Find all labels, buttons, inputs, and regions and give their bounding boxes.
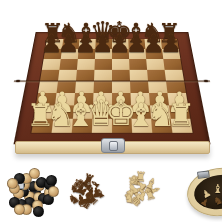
square-e8[interactable] [112,39,129,49]
square-h2[interactable] [169,105,190,118]
square-g3[interactable] [149,93,169,106]
square-b7[interactable] [61,49,79,59]
board-fold-line [14,80,211,82]
square-h5[interactable] [165,70,184,81]
square-a5[interactable] [40,70,59,81]
square-b2[interactable] [53,105,74,118]
square-b4[interactable] [57,81,76,93]
square-h1[interactable] [171,119,193,133]
square-f3[interactable] [130,93,150,106]
square-e2[interactable] [112,105,132,118]
square-g8[interactable] [145,39,162,49]
chess-board [31,39,192,133]
square-b6[interactable] [59,59,77,70]
square-h8[interactable] [161,39,179,49]
square-g5[interactable] [147,70,166,81]
square-b5[interactable] [58,70,77,81]
square-c5[interactable] [76,70,94,81]
dark-stored-piece: ♞ [212,194,222,208]
light-loose-piece: ♝ [149,184,162,197]
square-b8[interactable] [62,39,79,49]
square-e3[interactable] [112,93,131,106]
light-loose-piece: ♞ [124,192,136,205]
square-f6[interactable] [129,59,147,70]
square-f1[interactable] [132,119,153,133]
light-loose-piece: ♜ [134,171,146,184]
box-front-edge [15,141,210,154]
wood-checker-disc [14,204,25,215]
square-d5[interactable] [94,70,112,81]
square-e7[interactable] [112,49,129,59]
box-interior-photo: ♟♝♟♟♞♟ [184,164,222,221]
square-d4[interactable] [94,81,112,93]
square-c3[interactable] [74,93,94,106]
square-g6[interactable] [146,59,164,70]
square-c2[interactable] [73,105,93,118]
square-f5[interactable] [130,70,148,81]
square-h3[interactable] [167,93,188,106]
wood-checker-disc [7,178,18,189]
square-c1[interactable] [72,119,93,133]
square-a4[interactable] [38,81,58,93]
square-a3[interactable] [36,93,57,106]
square-f2[interactable] [131,105,151,118]
square-e1[interactable] [112,119,132,133]
square-a8[interactable] [45,39,63,49]
square-c7[interactable] [78,49,96,59]
square-d1[interactable] [92,119,112,133]
square-g1[interactable] [151,119,172,133]
clasp-knob-icon [109,141,118,151]
square-a6[interactable] [42,59,61,70]
square-b1[interactable] [52,119,73,133]
square-f8[interactable] [128,39,145,49]
square-a2[interactable] [34,105,55,118]
hinge-icon [204,80,209,83]
square-b3[interactable] [55,93,75,106]
square-d6[interactable] [94,59,112,70]
square-f7[interactable] [129,49,147,59]
checkers-pile [4,164,60,220]
black-checker-disc [33,206,44,217]
square-c6[interactable] [77,59,95,70]
dark-pieces-pile: ♟♟♟♟♟♟♟♟♜♞♝♛♚♝♞♜ [62,166,114,220]
square-c8[interactable] [79,39,96,49]
square-d8[interactable] [95,39,112,49]
square-a7[interactable] [44,49,62,59]
square-f4[interactable] [130,81,149,93]
square-e5[interactable] [112,70,130,81]
black-checker-disc [46,175,57,186]
square-e4[interactable] [112,81,130,93]
dark-stored-piece: ♟ [199,197,211,209]
square-g4[interactable] [148,81,167,93]
square-c4[interactable] [75,81,94,93]
square-h6[interactable] [163,59,182,70]
square-g7[interactable] [145,49,163,59]
square-h4[interactable] [166,81,186,93]
chess-board-frame [14,32,211,144]
wood-checker-disc [29,168,40,179]
square-a1[interactable] [31,119,53,133]
square-g2[interactable] [150,105,171,118]
square-d7[interactable] [95,49,112,59]
square-h7[interactable] [162,49,180,59]
clasp-latch[interactable] [101,138,125,153]
wood-checker-disc [48,186,59,197]
square-d3[interactable] [93,93,112,106]
light-pieces-pile: ♟♟♟♟♟♟♟♟♜♞♝♛♚♝♞♜ [113,162,169,220]
square-d2[interactable] [92,105,112,118]
square-e6[interactable] [112,59,130,70]
